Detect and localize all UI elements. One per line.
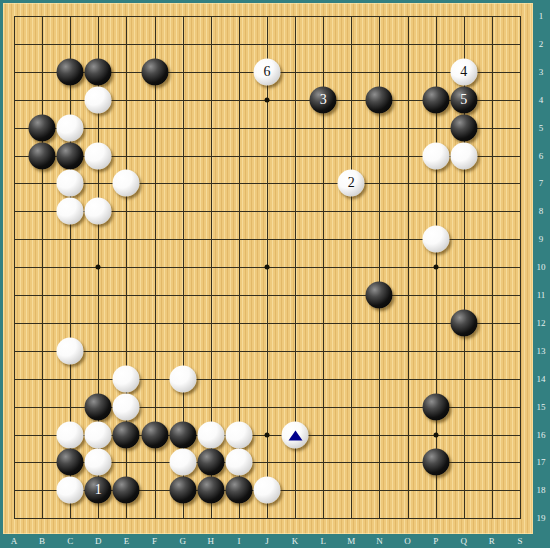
stone-white-E7[interactable]	[113, 170, 140, 197]
stone-black-G18[interactable]	[169, 477, 196, 504]
grid-line-v-14	[408, 16, 409, 519]
coord-label-col-N: N	[376, 536, 383, 546]
grid-line-h-18	[14, 518, 521, 519]
stone-white-M7[interactable]: 2	[338, 170, 365, 197]
stone-white-P6[interactable]	[422, 142, 449, 169]
stone-white-E14[interactable]	[113, 365, 140, 392]
stone-black-H18[interactable]	[197, 477, 224, 504]
coord-label-col-Q: Q	[461, 536, 468, 546]
stone-black-D15[interactable]	[85, 393, 112, 420]
star-point	[264, 265, 269, 270]
star-point	[433, 432, 438, 437]
stone-black-P4[interactable]	[422, 86, 449, 113]
stone-white-J3[interactable]: 6	[253, 58, 280, 85]
coord-label-row-6: 6	[539, 151, 544, 161]
coord-label-col-F: F	[152, 536, 157, 546]
stone-white-C7[interactable]	[57, 170, 84, 197]
stone-black-L4[interactable]: 3	[310, 86, 337, 113]
grid-line-v-18	[520, 16, 521, 519]
grid-line-v-17	[492, 16, 493, 519]
coord-label-row-4: 4	[539, 95, 544, 105]
stone-white-C16[interactable]	[57, 421, 84, 448]
stone-black-H17[interactable]	[197, 449, 224, 476]
coord-label-row-14: 14	[537, 374, 546, 384]
stone-black-C6[interactable]	[57, 142, 84, 169]
stone-black-Q4[interactable]: 5	[450, 86, 477, 113]
stone-white-D4[interactable]	[85, 86, 112, 113]
move-number-label: 2	[348, 176, 355, 190]
coord-label-row-17: 17	[537, 457, 546, 467]
stone-white-C13[interactable]	[57, 337, 84, 364]
coord-label-col-L: L	[320, 536, 326, 546]
stone-black-P17[interactable]	[422, 449, 449, 476]
move-number-label: 4	[460, 64, 467, 78]
coord-label-row-18: 18	[537, 485, 546, 495]
stone-white-P9[interactable]	[422, 226, 449, 253]
stone-white-H16[interactable]	[197, 421, 224, 448]
coord-label-row-10: 10	[537, 262, 546, 272]
stone-black-Q5[interactable]	[450, 114, 477, 141]
coord-label-col-B: B	[39, 536, 45, 546]
coord-label-row-16: 16	[537, 430, 546, 440]
stone-white-D8[interactable]	[85, 198, 112, 225]
stone-black-P15[interactable]	[422, 393, 449, 420]
move-number-label: 6	[263, 64, 270, 78]
coord-label-col-G: G	[179, 536, 186, 546]
stone-white-E15[interactable]	[113, 393, 140, 420]
coord-label-row-1: 1	[539, 11, 544, 21]
move-number-label: 3	[320, 92, 327, 106]
stone-white-D17[interactable]	[85, 449, 112, 476]
star-point	[264, 97, 269, 102]
grid-line-h-10	[14, 295, 521, 296]
stone-black-C17[interactable]	[57, 449, 84, 476]
stone-white-J18[interactable]	[253, 477, 280, 504]
stone-black-G16[interactable]	[169, 421, 196, 448]
go-board-diagram: 643521 ABCDEFGHIJKLMNOPQRS 1234567891011…	[0, 0, 550, 548]
stone-white-I17[interactable]	[225, 449, 252, 476]
stone-black-F16[interactable]	[141, 421, 168, 448]
coord-label-col-J: J	[265, 536, 269, 546]
stone-black-F3[interactable]	[141, 58, 168, 85]
stone-black-N4[interactable]	[366, 86, 393, 113]
coord-label-col-P: P	[433, 536, 438, 546]
coord-label-row-19: 19	[537, 513, 546, 523]
coord-label-row-12: 12	[537, 318, 546, 328]
stone-white-C5[interactable]	[57, 114, 84, 141]
move-number-label: 5	[460, 92, 467, 106]
coord-label-row-11: 11	[537, 290, 546, 300]
coord-label-col-I: I	[237, 536, 240, 546]
stone-white-G14[interactable]	[169, 365, 196, 392]
coord-label-row-7: 7	[539, 178, 544, 188]
goban[interactable]: 643521	[3, 3, 533, 534]
coord-label-row-8: 8	[539, 206, 544, 216]
stone-black-B5[interactable]	[29, 114, 56, 141]
stone-black-I18[interactable]	[225, 477, 252, 504]
coord-label-row-15: 15	[537, 402, 546, 412]
grid-line-h-12	[14, 351, 521, 352]
grid-line-v-12	[351, 16, 352, 519]
triangle-marker-icon	[288, 430, 302, 440]
stone-white-D6[interactable]	[85, 142, 112, 169]
coord-label-col-E: E	[124, 536, 130, 546]
coord-label-row-2: 2	[539, 39, 544, 49]
star-point	[264, 432, 269, 437]
star-point	[433, 265, 438, 270]
coord-label-col-A: A	[11, 536, 18, 546]
coord-label-row-9: 9	[539, 234, 544, 244]
star-point	[96, 265, 101, 270]
move-number-label: 1	[95, 483, 102, 497]
stone-white-G17[interactable]	[169, 449, 196, 476]
stone-black-B6[interactable]	[29, 142, 56, 169]
coord-label-col-M: M	[347, 536, 355, 546]
coord-label-row-13: 13	[537, 346, 546, 356]
stone-white-D16[interactable]	[85, 421, 112, 448]
stone-black-D3[interactable]	[85, 58, 112, 85]
stone-black-E16[interactable]	[113, 421, 140, 448]
coord-label-col-K: K	[292, 536, 299, 546]
stone-black-C3[interactable]	[57, 58, 84, 85]
stone-black-N11[interactable]	[366, 282, 393, 309]
coord-label-row-3: 3	[539, 67, 544, 77]
stone-black-Q12[interactable]	[450, 309, 477, 336]
coord-label-col-C: C	[67, 536, 73, 546]
coord-label-col-D: D	[95, 536, 102, 546]
stone-white-C8[interactable]	[57, 198, 84, 225]
stone-white-C18[interactable]	[57, 477, 84, 504]
stone-white-Q3[interactable]: 4	[450, 58, 477, 85]
stone-white-Q6[interactable]	[450, 142, 477, 169]
stone-white-K16[interactable]	[282, 421, 309, 448]
coord-label-row-5: 5	[539, 123, 544, 133]
coord-label-col-R: R	[489, 536, 495, 546]
coord-label-col-H: H	[208, 536, 215, 546]
grid-line-h-13	[14, 379, 521, 380]
stone-white-I16[interactable]	[225, 421, 252, 448]
stone-black-D18[interactable]: 1	[85, 477, 112, 504]
grid-line-h-11	[14, 323, 521, 324]
coord-label-col-S: S	[517, 536, 522, 546]
stone-black-E18[interactable]	[113, 477, 140, 504]
coord-label-col-O: O	[404, 536, 411, 546]
